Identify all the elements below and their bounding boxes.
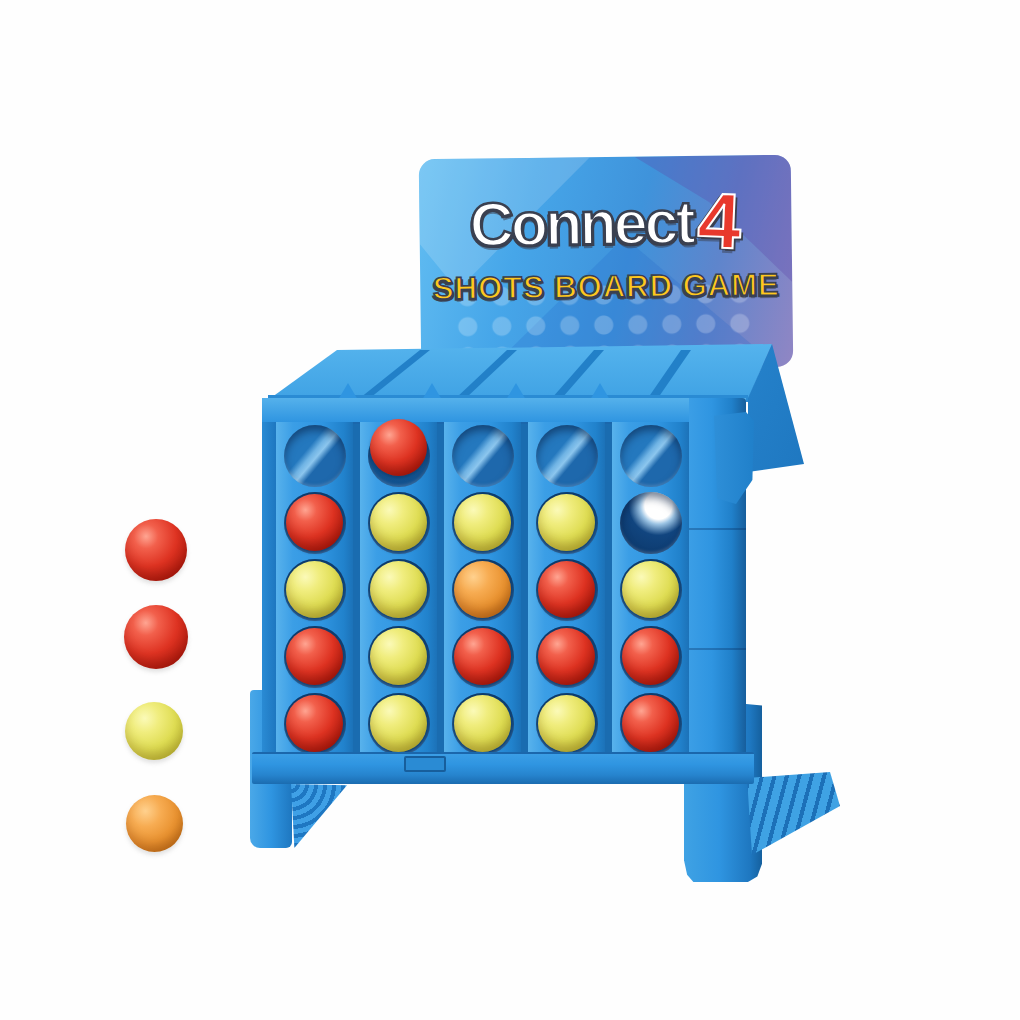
cell-r4c1 [276,623,353,690]
hole-r1c2 [368,425,430,487]
ball-red [286,628,343,685]
cell-r1c3 [444,422,521,489]
hole-r2c5 [620,492,682,554]
ball-red [538,628,595,685]
cell-r4c5 [612,623,689,690]
board-bottom-bar [252,752,754,784]
cell-r4c4 [528,623,605,690]
ball-yellow [370,561,427,618]
hole-r4c1 [284,626,346,688]
connect4-shots-product-photo: Connect 4 SHOTS BOARD GAME [0,0,1020,1020]
bottom-latch-tab [404,756,446,772]
cell-r3c4 [528,556,605,623]
ball-yellow [538,494,595,551]
ball-yellow [370,494,427,551]
ball-red [622,628,679,685]
cell-r4c2 [360,623,437,690]
hole-r1c1 [284,425,346,487]
cell-r3c3 [444,556,521,623]
cell-r5c3 [444,690,521,757]
board-top-frame [262,398,746,424]
ball-yellow [622,561,679,618]
ball-yellow [370,628,427,685]
game-board [262,398,746,784]
hole-r4c2 [368,626,430,688]
banner-subtitle: SHOTS BOARD GAME [420,267,792,308]
hole-r4c3 [452,626,514,688]
slat-column-5 [612,422,689,757]
loose-ball-red [124,605,188,669]
cell-r2c1 [276,489,353,556]
hole-r5c1 [284,693,346,755]
ball-yellow [538,695,595,752]
hole-r3c1 [284,559,346,621]
cell-r5c4 [528,690,605,757]
hole-r2c4 [536,492,598,554]
cell-r1c4 [528,422,605,489]
cell-r2c5 [612,489,689,556]
cell-r3c5 [612,556,689,623]
hole-r4c5 [620,626,682,688]
slat-column-4 [528,422,605,757]
left-leg-gusset [291,784,347,848]
ball-yellow [286,561,343,618]
hole-r4c4 [536,626,598,688]
board-left-frame [262,422,276,752]
hole-r5c3 [452,693,514,755]
cell-r1c2 [360,422,437,489]
slat-column-1 [276,422,353,757]
ball-red [622,695,679,752]
hole-r3c3 [452,559,514,621]
ball-yellow [454,695,511,752]
ball-yellow [370,695,427,752]
ball-red [538,561,595,618]
banner-title: Connect 4 [419,191,792,262]
loose-ball-orange [126,795,183,852]
ball-red [286,494,343,551]
cell-r3c2 [360,556,437,623]
cell-r2c4 [528,489,605,556]
hole-r1c4 [536,425,598,487]
hole-r2c2 [368,492,430,554]
cell-r5c5 [612,690,689,757]
hole-r3c5 [620,559,682,621]
board-grid [276,422,689,757]
cell-r5c2 [360,690,437,757]
cell-r2c3 [444,489,521,556]
banner-title-number: 4 [697,187,743,255]
hole-r3c4 [536,559,598,621]
loose-ball-red [125,519,187,581]
ball-yellow [454,494,511,551]
hole-r1c3 [452,425,514,487]
hole-r1c5 [620,425,682,487]
banner-title-main: Connect [469,192,693,256]
hole-r2c3 [452,492,514,554]
slat-column-3 [444,422,521,757]
ball-red [370,419,427,476]
ball-red [286,695,343,752]
hole-r2c1 [284,492,346,554]
cell-r2c2 [360,489,437,556]
hole-r3c2 [368,559,430,621]
ball-red [454,628,511,685]
cell-r5c1 [276,690,353,757]
cell-r3c1 [276,556,353,623]
slat-column-2 [360,422,437,757]
hole-r5c2 [368,693,430,755]
loose-ball-yellow [125,702,183,760]
hole-r5c4 [536,693,598,755]
cell-r4c3 [444,623,521,690]
cell-r1c5 [612,422,689,489]
cell-r1c1 [276,422,353,489]
hole-r5c5 [620,693,682,755]
ball-orange [454,561,511,618]
latch-bracket [714,412,754,504]
